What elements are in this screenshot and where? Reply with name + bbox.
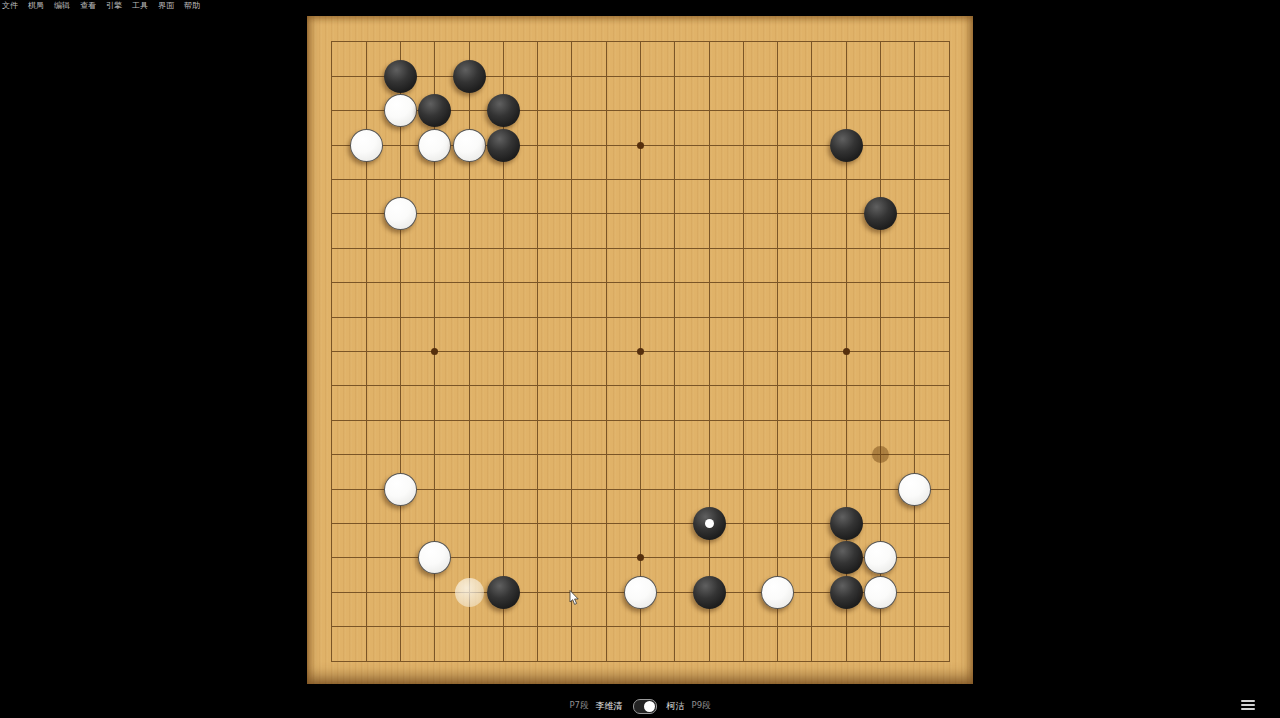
- white-stone: [864, 576, 897, 609]
- black-stone: [693, 576, 726, 609]
- white-stone: [453, 129, 486, 162]
- black-stone: [693, 507, 726, 540]
- star-point: [431, 348, 438, 355]
- white-stone: [864, 541, 897, 574]
- grid-line: [332, 454, 949, 455]
- white-stone: [350, 129, 383, 162]
- left-player-name: 李维清: [596, 700, 623, 713]
- grid-line: [332, 626, 949, 627]
- white-stone: [624, 576, 657, 609]
- menu-item-7[interactable]: 帮助: [184, 0, 200, 12]
- white-stone: [898, 473, 931, 506]
- turn-toggle[interactable]: [633, 699, 657, 714]
- status-bar: P7段 李维清 柯洁 P9段: [0, 694, 1280, 718]
- black-stone: [830, 576, 863, 609]
- grid-line: [709, 42, 710, 661]
- white-stone: [418, 541, 451, 574]
- turn-toggle-knob: [644, 701, 655, 712]
- go-board[interactable]: [307, 16, 973, 684]
- grid-line: [674, 42, 675, 661]
- white-stone: [384, 197, 417, 230]
- black-stone: [418, 94, 451, 127]
- black-stone: [830, 541, 863, 574]
- black-stone: [864, 197, 897, 230]
- ghost-white-stone: [455, 578, 484, 607]
- black-stone: [487, 129, 520, 162]
- black-stone: [830, 129, 863, 162]
- menu-item-5[interactable]: 工具: [132, 0, 148, 12]
- black-stone: [384, 60, 417, 93]
- menu-item-1[interactable]: 棋局: [28, 0, 44, 12]
- white-stone: [384, 94, 417, 127]
- grid-line: [332, 489, 949, 490]
- grid-line: [332, 385, 949, 386]
- last-move-marker: [705, 519, 714, 528]
- menu-item-3[interactable]: 查看: [80, 0, 96, 12]
- right-player-rank: P9段: [692, 700, 711, 712]
- grid-line: [332, 420, 949, 421]
- star-point: [637, 348, 644, 355]
- black-stone: [487, 576, 520, 609]
- grid-line: [743, 42, 744, 661]
- menu-item-6[interactable]: 界面: [158, 0, 174, 12]
- menu-item-0[interactable]: 文件: [2, 0, 18, 12]
- menu-item-4[interactable]: 引擎: [106, 0, 122, 12]
- grid-line: [811, 42, 812, 661]
- white-stone: [384, 473, 417, 506]
- left-player-rank: P7段: [569, 700, 588, 712]
- white-stone: [761, 576, 794, 609]
- black-stone: [487, 94, 520, 127]
- menu-item-2[interactable]: 编辑: [54, 0, 70, 12]
- grid-line: [914, 42, 915, 661]
- right-player-name: 柯洁: [667, 700, 685, 713]
- black-stone: [453, 60, 486, 93]
- star-point: [637, 142, 644, 149]
- hamburger-menu-icon[interactable]: [1241, 700, 1255, 710]
- board-mark: [872, 446, 889, 463]
- star-point: [637, 554, 644, 561]
- menu-bar: 文件棋局编辑查看引擎工具界面帮助: [2, 0, 200, 12]
- black-stone: [830, 507, 863, 540]
- star-point: [843, 348, 850, 355]
- white-stone: [418, 129, 451, 162]
- grid-line: [777, 42, 778, 661]
- go-board-grid[interactable]: [331, 41, 950, 662]
